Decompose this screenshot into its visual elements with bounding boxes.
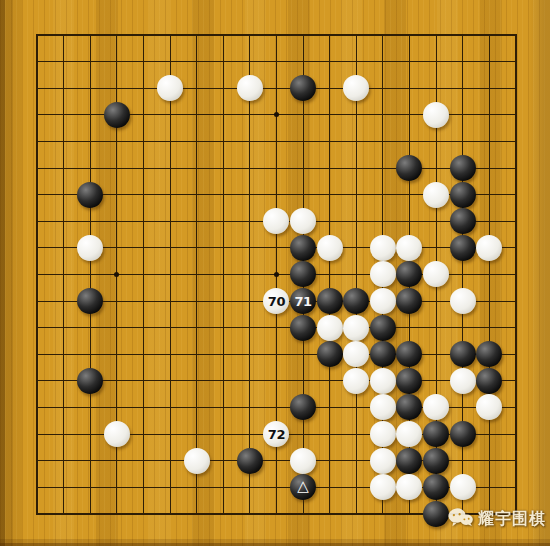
black-stone: △ [290, 474, 316, 500]
grid-line-horizontal [36, 327, 517, 328]
black-stone [343, 288, 369, 314]
white-stone [450, 474, 476, 500]
white-stone: 70 [263, 288, 289, 314]
star-point [114, 272, 119, 277]
white-stone [476, 394, 502, 420]
white-stone [317, 315, 343, 341]
watermark: 耀宇围棋 [448, 507, 546, 532]
white-stone [396, 421, 422, 447]
white-stone [370, 448, 396, 474]
white-stone [370, 421, 396, 447]
white-stone [370, 368, 396, 394]
move-number-label: 72 [268, 428, 285, 441]
grid-line-horizontal [36, 380, 517, 381]
white-stone [423, 261, 449, 287]
black-stone [450, 155, 476, 181]
go-board-image: 707172△ 耀宇围棋 [0, 0, 550, 546]
white-stone [450, 368, 476, 394]
black-stone: 71 [290, 288, 316, 314]
watermark-text: 耀宇围棋 [478, 509, 546, 530]
white-stone [263, 208, 289, 234]
white-stone [476, 235, 502, 261]
white-stone [237, 75, 263, 101]
grid-line-horizontal [36, 354, 517, 355]
white-stone [396, 235, 422, 261]
black-stone [396, 394, 422, 420]
black-stone [77, 368, 103, 394]
white-stone [423, 394, 449, 420]
black-stone [290, 235, 316, 261]
black-stone [290, 75, 316, 101]
black-stone [396, 288, 422, 314]
black-stone [450, 421, 476, 447]
black-stone [77, 288, 103, 314]
white-stone [77, 235, 103, 261]
grid-line-vertical [515, 34, 517, 515]
black-stone [423, 501, 449, 527]
white-stone [423, 182, 449, 208]
grid-line-vertical [489, 34, 490, 515]
grid-line-vertical [329, 34, 330, 515]
black-stone [476, 341, 502, 367]
black-stone [104, 102, 130, 128]
white-stone [343, 315, 369, 341]
black-stone [450, 182, 476, 208]
white-stone [290, 448, 316, 474]
white-stone [184, 448, 210, 474]
black-stone [396, 261, 422, 287]
white-stone [370, 394, 396, 420]
black-stone [290, 315, 316, 341]
white-stone [317, 235, 343, 261]
white-stone [343, 368, 369, 394]
white-stone [157, 75, 183, 101]
black-stone [317, 341, 343, 367]
black-stone [290, 394, 316, 420]
black-stone [396, 448, 422, 474]
white-stone [423, 102, 449, 128]
white-stone [290, 208, 316, 234]
move-number-label: 71 [294, 295, 311, 308]
white-stone [343, 75, 369, 101]
black-stone [396, 155, 422, 181]
star-point [274, 272, 279, 277]
white-stone [396, 474, 422, 500]
white-stone [370, 474, 396, 500]
white-stone [370, 235, 396, 261]
black-stone [450, 341, 476, 367]
black-stone [317, 288, 343, 314]
triangle-mark: △ [297, 479, 309, 494]
black-stone [476, 368, 502, 394]
black-stone [423, 474, 449, 500]
black-stone [77, 182, 103, 208]
white-stone [343, 341, 369, 367]
black-stone [450, 208, 476, 234]
black-stone [370, 341, 396, 367]
star-point [274, 112, 279, 117]
wechat-icon [448, 507, 473, 532]
black-stone [290, 261, 316, 287]
grid-line-vertical [356, 34, 357, 515]
white-stone [370, 288, 396, 314]
white-stone [370, 261, 396, 287]
black-stone [423, 448, 449, 474]
black-stone [237, 448, 263, 474]
white-stone [450, 288, 476, 314]
black-stone [396, 368, 422, 394]
black-stone [423, 421, 449, 447]
black-stone [450, 235, 476, 261]
black-stone [396, 341, 422, 367]
white-stone: 72 [263, 421, 289, 447]
move-number-label: 70 [268, 295, 285, 308]
white-stone [104, 421, 130, 447]
black-stone [370, 315, 396, 341]
